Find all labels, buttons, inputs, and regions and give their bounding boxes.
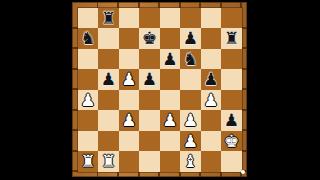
square-c5[interactable]: ♟ — [119, 69, 140, 90]
square-d3[interactable] — [139, 110, 160, 131]
frame-ticks-bottom — [78, 172, 242, 178]
piece-white-pawn[interactable]: ♟ — [119, 69, 140, 90]
piece-white-pawn[interactable]: ♟ — [201, 90, 222, 111]
square-b7[interactable] — [98, 28, 119, 49]
piece-white-rook[interactable]: ♜ — [98, 151, 119, 172]
square-d7[interactable]: ♚ — [139, 28, 160, 49]
piece-white-pawn[interactable]: ♟ — [78, 90, 99, 111]
square-b4[interactable] — [98, 90, 119, 111]
chessboard-frame: ♜♞♚♟♜♟♞♟♟♟♟♟♟♟♟♟♟♟♚♜♜♝ — [72, 2, 247, 177]
frame-ticks-right — [242, 8, 248, 172]
square-g5[interactable]: ♟ — [201, 69, 222, 90]
piece-black-pawn[interactable]: ♟ — [221, 110, 242, 131]
square-f8[interactable] — [180, 8, 201, 29]
square-e8[interactable] — [160, 8, 181, 29]
square-e5[interactable] — [160, 69, 181, 90]
square-d6[interactable] — [139, 49, 160, 70]
square-d8[interactable] — [139, 8, 160, 29]
square-c8[interactable] — [119, 8, 140, 29]
square-f4[interactable] — [180, 90, 201, 111]
square-a6[interactable] — [78, 49, 99, 70]
piece-black-pawn[interactable]: ♟ — [201, 69, 222, 90]
square-a5[interactable] — [78, 69, 99, 90]
piece-black-knight[interactable]: ♞ — [78, 28, 99, 49]
square-f2[interactable]: ♟ — [180, 131, 201, 152]
piece-white-pawn[interactable]: ♟ — [119, 110, 140, 131]
square-h2[interactable]: ♚ — [221, 131, 242, 152]
square-f1[interactable]: ♝ — [180, 151, 201, 172]
square-h7[interactable]: ♜ — [221, 28, 242, 49]
square-g1[interactable] — [201, 151, 222, 172]
white-to-move-indicator — [241, 170, 245, 174]
square-b1[interactable]: ♜ — [98, 151, 119, 172]
square-a8[interactable] — [78, 8, 99, 29]
square-g4[interactable]: ♟ — [201, 90, 222, 111]
chessboard: ♜♞♚♟♜♟♞♟♟♟♟♟♟♟♟♟♟♟♚♜♜♝ — [78, 8, 242, 172]
square-h3[interactable]: ♟ — [221, 110, 242, 131]
square-b5[interactable]: ♟ — [98, 69, 119, 90]
square-d5[interactable]: ♟ — [139, 69, 160, 90]
piece-white-bishop[interactable]: ♝ — [180, 151, 201, 172]
square-d4[interactable] — [139, 90, 160, 111]
square-e1[interactable] — [160, 151, 181, 172]
square-e6[interactable]: ♟ — [160, 49, 181, 70]
piece-black-rook[interactable]: ♜ — [221, 28, 242, 49]
square-e4[interactable] — [160, 90, 181, 111]
piece-black-pawn[interactable]: ♟ — [180, 28, 201, 49]
piece-black-rook[interactable]: ♜ — [98, 8, 119, 29]
square-h1[interactable] — [221, 151, 242, 172]
square-e7[interactable] — [160, 28, 181, 49]
square-h4[interactable] — [221, 90, 242, 111]
square-g3[interactable] — [201, 110, 222, 131]
square-g7[interactable] — [201, 28, 222, 49]
square-a7[interactable]: ♞ — [78, 28, 99, 49]
thumbnail-background: ♜♞♚♟♜♟♞♟♟♟♟♟♟♟♟♟♟♟♚♜♜♝ — [0, 0, 320, 180]
square-h6[interactable] — [221, 49, 242, 70]
square-a4[interactable]: ♟ — [78, 90, 99, 111]
square-h8[interactable] — [221, 8, 242, 29]
square-g8[interactable] — [201, 8, 222, 29]
square-c4[interactable] — [119, 90, 140, 111]
piece-white-pawn[interactable]: ♟ — [160, 110, 181, 131]
square-f3[interactable]: ♟ — [180, 110, 201, 131]
square-d1[interactable] — [139, 151, 160, 172]
piece-white-pawn[interactable]: ♟ — [180, 110, 201, 131]
piece-white-rook[interactable]: ♜ — [78, 151, 99, 172]
square-b3[interactable] — [98, 110, 119, 131]
square-c7[interactable] — [119, 28, 140, 49]
square-h5[interactable] — [221, 69, 242, 90]
square-c3[interactable]: ♟ — [119, 110, 140, 131]
square-e3[interactable]: ♟ — [160, 110, 181, 131]
square-g2[interactable] — [201, 131, 222, 152]
square-b6[interactable] — [98, 49, 119, 70]
square-f5[interactable] — [180, 69, 201, 90]
piece-black-pawn[interactable]: ♟ — [98, 69, 119, 90]
piece-black-king[interactable]: ♚ — [139, 28, 160, 49]
piece-black-pawn[interactable]: ♟ — [160, 49, 181, 70]
square-d2[interactable] — [139, 131, 160, 152]
piece-white-pawn[interactable]: ♟ — [180, 131, 201, 152]
piece-black-knight[interactable]: ♞ — [180, 49, 201, 70]
square-f7[interactable]: ♟ — [180, 28, 201, 49]
piece-black-pawn[interactable]: ♟ — [139, 69, 160, 90]
square-f6[interactable]: ♞ — [180, 49, 201, 70]
square-g6[interactable] — [201, 49, 222, 70]
square-b8[interactable]: ♜ — [98, 8, 119, 29]
square-c2[interactable] — [119, 131, 140, 152]
square-e2[interactable] — [160, 131, 181, 152]
piece-white-king[interactable]: ♚ — [221, 131, 242, 152]
square-b2[interactable] — [98, 131, 119, 152]
square-a1[interactable]: ♜ — [78, 151, 99, 172]
square-a3[interactable] — [78, 110, 99, 131]
square-c1[interactable] — [119, 151, 140, 172]
square-c6[interactable] — [119, 49, 140, 70]
square-a2[interactable] — [78, 131, 99, 152]
